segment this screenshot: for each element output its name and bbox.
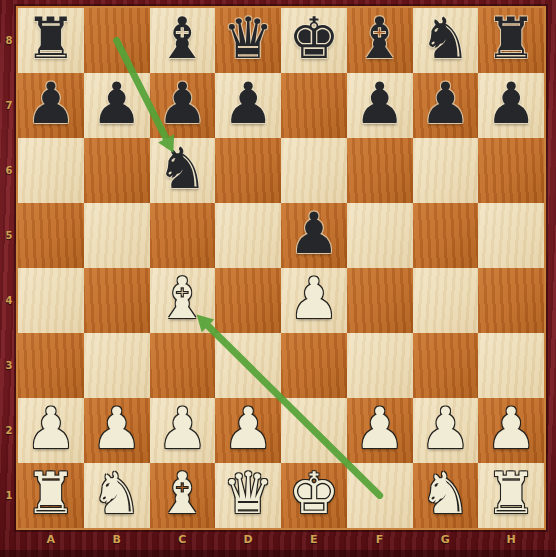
square-g4[interactable] [413,268,479,333]
square-b4[interactable] [84,268,150,333]
rank-label-6: 6 [0,138,18,203]
square-g2[interactable]: ♟ [413,398,479,463]
square-g6[interactable] [413,138,479,203]
piece-white-bishop[interactable]: ♝ [157,270,208,327]
square-h1[interactable]: ♜ [478,463,544,528]
square-d4[interactable] [215,268,281,333]
piece-black-bishop[interactable]: ♝ [354,10,405,67]
rank-label-2: 2 [0,398,18,463]
square-b1[interactable]: ♞ [84,463,150,528]
file-label-c: C [150,529,216,550]
square-f1[interactable] [347,463,413,528]
file-label-h: H [478,529,544,550]
square-a2[interactable]: ♟ [18,398,84,463]
square-g7[interactable]: ♟ [413,73,479,138]
piece-black-pawn[interactable]: ♟ [25,75,76,132]
square-b2[interactable]: ♟ [84,398,150,463]
square-h3[interactable] [478,333,544,398]
square-c4[interactable]: ♝ [150,268,216,333]
square-f5[interactable] [347,203,413,268]
piece-black-bishop[interactable]: ♝ [157,10,208,67]
square-c1[interactable]: ♝ [150,463,216,528]
piece-black-pawn[interactable]: ♟ [354,75,405,132]
rank-label-7: 7 [0,73,18,138]
square-e8[interactable]: ♚ [281,8,347,73]
piece-white-knight[interactable]: ♞ [420,465,471,522]
square-d5[interactable] [215,203,281,268]
piece-black-pawn[interactable]: ♟ [91,75,142,132]
piece-white-queen[interactable]: ♛ [223,465,274,522]
square-a6[interactable] [18,138,84,203]
square-f4[interactable] [347,268,413,333]
square-f3[interactable] [347,333,413,398]
square-g3[interactable] [413,333,479,398]
piece-white-pawn[interactable]: ♟ [354,400,405,457]
square-f7[interactable]: ♟ [347,73,413,138]
piece-black-pawn[interactable]: ♟ [223,75,274,132]
square-d3[interactable] [215,333,281,398]
piece-white-pawn[interactable]: ♟ [91,400,142,457]
file-labels: ABCDEFGH [18,529,544,550]
square-e1[interactable]: ♚ [281,463,347,528]
square-h2[interactable]: ♟ [478,398,544,463]
piece-white-rook[interactable]: ♜ [25,465,76,522]
rank-label-4: 4 [0,268,18,333]
chess-diagram: ♜♝♛♚♝♞♜♟♟♟♟♟♟♟♞♟♝♟♟♟♟♟♟♟♟♜♞♝♛♚♞♜ 8765432… [0,0,556,557]
rank-label-1: 1 [0,463,18,528]
square-e4[interactable]: ♟ [281,268,347,333]
square-b5[interactable] [84,203,150,268]
square-b6[interactable] [84,138,150,203]
piece-white-rook[interactable]: ♜ [486,465,537,522]
file-label-f: F [347,529,413,550]
square-f2[interactable]: ♟ [347,398,413,463]
square-d8[interactable]: ♛ [215,8,281,73]
square-h4[interactable] [478,268,544,333]
file-label-e: E [281,529,347,550]
square-e7[interactable] [281,73,347,138]
piece-white-pawn[interactable]: ♟ [420,400,471,457]
piece-black-pawn[interactable]: ♟ [420,75,471,132]
rank-label-5: 5 [0,203,18,268]
square-h8[interactable]: ♜ [478,8,544,73]
square-a8[interactable]: ♜ [18,8,84,73]
piece-black-king[interactable]: ♚ [288,10,339,67]
square-h5[interactable] [478,203,544,268]
square-c7[interactable]: ♟ [150,73,216,138]
square-d2[interactable]: ♟ [215,398,281,463]
file-label-g: G [413,529,479,550]
piece-white-pawn[interactable]: ♟ [288,270,339,327]
square-d6[interactable] [215,138,281,203]
piece-black-pawn[interactable]: ♟ [288,205,339,262]
square-a5[interactable] [18,203,84,268]
piece-black-knight[interactable]: ♞ [420,10,471,67]
rank-label-8: 8 [0,8,18,73]
square-h7[interactable]: ♟ [478,73,544,138]
square-e5[interactable]: ♟ [281,203,347,268]
piece-white-pawn[interactable]: ♟ [486,400,537,457]
piece-white-pawn[interactable]: ♟ [223,400,274,457]
board-area: ♜♝♛♚♝♞♜♟♟♟♟♟♟♟♞♟♝♟♟♟♟♟♟♟♟♜♞♝♛♚♞♜ [18,8,544,528]
square-f8[interactable]: ♝ [347,8,413,73]
piece-white-king[interactable]: ♚ [288,465,339,522]
square-b3[interactable] [84,333,150,398]
square-e6[interactable] [281,138,347,203]
piece-black-knight[interactable]: ♞ [157,140,208,197]
rank-labels: 87654321 [0,8,18,528]
piece-black-queen[interactable]: ♛ [223,10,274,67]
piece-white-bishop[interactable]: ♝ [157,465,208,522]
square-g5[interactable] [413,203,479,268]
square-g1[interactable]: ♞ [413,463,479,528]
square-c2[interactable]: ♟ [150,398,216,463]
square-e2[interactable] [281,398,347,463]
square-a7[interactable]: ♟ [18,73,84,138]
file-label-d: D [215,529,281,550]
square-b8[interactable] [84,8,150,73]
piece-white-knight[interactable]: ♞ [91,465,142,522]
square-c6[interactable]: ♞ [150,138,216,203]
chess-board: ♜♝♛♚♝♞♜♟♟♟♟♟♟♟♞♟♝♟♟♟♟♟♟♟♟♜♞♝♛♚♞♜ [18,8,544,528]
square-a1[interactable]: ♜ [18,463,84,528]
square-h6[interactable] [478,138,544,203]
square-a4[interactable] [18,268,84,333]
square-e3[interactable] [281,333,347,398]
piece-black-rook[interactable]: ♜ [486,10,537,67]
frame-bottom-edge [0,550,556,557]
rank-label-3: 3 [0,333,18,398]
piece-black-pawn[interactable]: ♟ [157,75,208,132]
square-d7[interactable]: ♟ [215,73,281,138]
piece-white-pawn[interactable]: ♟ [157,400,208,457]
square-g8[interactable]: ♞ [413,8,479,73]
square-f6[interactable] [347,138,413,203]
square-c5[interactable] [150,203,216,268]
square-c8[interactable]: ♝ [150,8,216,73]
file-label-b: B [84,529,150,550]
square-b7[interactable]: ♟ [84,73,150,138]
square-d1[interactable]: ♛ [215,463,281,528]
square-c3[interactable] [150,333,216,398]
piece-black-pawn[interactable]: ♟ [486,75,537,132]
file-label-a: A [18,529,84,550]
piece-black-rook[interactable]: ♜ [25,10,76,67]
square-a3[interactable] [18,333,84,398]
piece-white-pawn[interactable]: ♟ [25,400,76,457]
